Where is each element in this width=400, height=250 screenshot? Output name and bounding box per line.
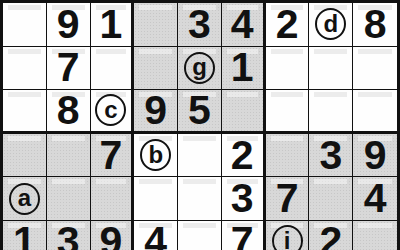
given-digit: 4	[364, 178, 387, 219]
cell-r4c4[interactable]: b	[134, 134, 178, 178]
circled-letter-g: g	[184, 52, 215, 84]
given-digit: 3	[319, 135, 342, 176]
given-digit: 1	[231, 47, 254, 88]
given-digit: 7	[231, 221, 254, 250]
cell-r6c3[interactable]: 9	[91, 221, 135, 250]
cell-r4c3[interactable]: 7	[91, 134, 135, 178]
given-digit: 4	[144, 221, 167, 250]
cell-r4c7[interactable]	[266, 134, 310, 178]
cell-r2c8[interactable]	[309, 47, 353, 91]
cell-r6c6[interactable]: 7	[222, 221, 266, 250]
cell-r5c2[interactable]	[47, 177, 91, 221]
circled-letter-b: b	[140, 139, 171, 171]
cell-r3c8[interactable]	[309, 90, 353, 134]
given-digit: 4	[231, 4, 254, 45]
given-digit: 9	[364, 135, 387, 176]
circled-letter-d: d	[315, 8, 346, 40]
given-digit: 8	[57, 90, 80, 131]
cell-r3c7[interactable]	[266, 90, 310, 134]
given-digit: 8	[364, 4, 387, 45]
cell-r1c9[interactable]: 8	[353, 3, 397, 47]
cell-r2c2[interactable]: 7	[47, 47, 91, 91]
given-digit: 3	[57, 221, 80, 250]
cell-r5c7[interactable]: 7	[266, 177, 310, 221]
cell-r4c9[interactable]: 9	[353, 134, 397, 178]
cell-r2c7[interactable]	[266, 47, 310, 91]
cell-r3c2[interactable]: 8	[47, 90, 91, 134]
circled-letter-a: a	[9, 183, 40, 215]
cell-r5c4[interactable]	[134, 177, 178, 221]
given-digit: 1	[100, 4, 123, 45]
cell-r3c1[interactable]	[3, 90, 47, 134]
cell-r4c6[interactable]: 2	[222, 134, 266, 178]
cell-r4c2[interactable]	[47, 134, 91, 178]
cell-r1c4[interactable]	[134, 3, 178, 47]
cell-r6c5[interactable]	[178, 221, 222, 250]
cell-r5c9[interactable]: 4	[353, 177, 397, 221]
sudoku-board: 91342d87g18c957b239a37413947i2	[0, 0, 400, 250]
given-digit: 2	[319, 221, 342, 250]
cell-r2c5[interactable]: g	[178, 47, 222, 91]
given-digit: 5	[188, 90, 211, 131]
cell-r5c5[interactable]	[178, 177, 222, 221]
cell-r2c1[interactable]	[3, 47, 47, 91]
cell-r6c1[interactable]: 1	[3, 221, 47, 250]
cell-r3c3[interactable]: c	[91, 90, 135, 134]
given-digit: 1	[13, 221, 36, 250]
circled-letter-c: c	[95, 94, 126, 126]
cell-r1c3[interactable]: 1	[91, 3, 135, 47]
cell-r2c4[interactable]	[134, 47, 178, 91]
puzzle-viewport: 91342d87g18c957b239a37413947i2	[0, 0, 400, 250]
cell-r6c8[interactable]: 2	[309, 221, 353, 250]
cell-r6c7[interactable]: i	[266, 221, 310, 250]
given-digit: 3	[188, 4, 211, 45]
given-digit: 9	[100, 221, 123, 250]
given-digit: 9	[144, 90, 167, 131]
given-digit: 2	[276, 4, 299, 45]
cell-r1c5[interactable]: 3	[178, 3, 222, 47]
cell-r6c9[interactable]	[353, 221, 397, 250]
cell-r6c4[interactable]: 4	[134, 221, 178, 250]
cell-r4c8[interactable]: 3	[309, 134, 353, 178]
cell-r2c9[interactable]	[353, 47, 397, 91]
cell-r3c4[interactable]: 9	[134, 90, 178, 134]
cell-r1c7[interactable]: 2	[266, 3, 310, 47]
given-digit: 2	[231, 135, 254, 176]
given-digit: 7	[100, 135, 123, 176]
given-digit: 7	[57, 47, 80, 88]
cell-r3c6[interactable]	[222, 90, 266, 134]
cell-r5c1[interactable]: a	[3, 177, 47, 221]
cell-r1c8[interactable]: d	[309, 3, 353, 47]
given-digit: 3	[231, 178, 254, 219]
cell-r2c6[interactable]: 1	[222, 47, 266, 91]
cell-r5c3[interactable]	[91, 177, 135, 221]
cell-r1c1[interactable]	[3, 3, 47, 47]
given-digit: 9	[57, 4, 80, 45]
cell-r3c9[interactable]	[353, 90, 397, 134]
cell-r5c6[interactable]: 3	[222, 177, 266, 221]
cell-r4c5[interactable]	[178, 134, 222, 178]
cell-r6c2[interactable]: 3	[47, 221, 91, 250]
cell-r1c2[interactable]: 9	[47, 3, 91, 47]
given-digit: 7	[276, 178, 299, 219]
cell-r4c1[interactable]	[3, 134, 47, 178]
cell-r2c3[interactable]	[91, 47, 135, 91]
cell-r5c8[interactable]	[309, 177, 353, 221]
circled-letter-i: i	[272, 225, 303, 250]
cell-r3c5[interactable]: 5	[178, 90, 222, 134]
cell-r1c6[interactable]: 4	[222, 3, 266, 47]
